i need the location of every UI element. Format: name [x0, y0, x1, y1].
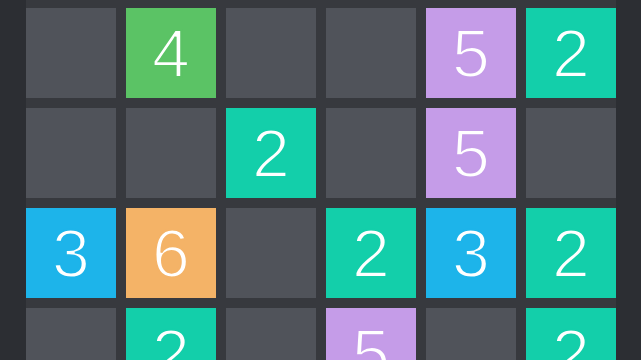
empty-cell	[426, 308, 516, 360]
tile-2[interactable]: 2	[526, 308, 616, 360]
tile-2[interactable]: 2	[226, 108, 316, 198]
tile-6[interactable]: 6	[126, 208, 216, 298]
tile-2[interactable]: 2	[326, 208, 416, 298]
tile-5[interactable]: 5	[426, 108, 516, 198]
tile-3[interactable]: 3	[426, 208, 516, 298]
tile-4[interactable]: 4	[126, 8, 216, 98]
empty-cell	[326, 8, 416, 98]
empty-cell	[26, 108, 116, 198]
empty-cell	[326, 108, 416, 198]
tile-3[interactable]: 3	[26, 208, 116, 298]
tile-5[interactable]: 5	[426, 8, 516, 98]
empty-cell	[26, 8, 116, 98]
game-screen: 4522536232252	[0, 0, 641, 360]
empty-cell	[126, 108, 216, 198]
tile-grid: 4522536232252	[26, 8, 616, 360]
tile-5[interactable]: 5	[326, 308, 416, 360]
empty-cell	[526, 108, 616, 198]
tile-2[interactable]: 2	[126, 308, 216, 360]
empty-cell	[226, 8, 316, 98]
tile-2[interactable]: 2	[526, 8, 616, 98]
puzzle-board: 4522536232252	[26, 0, 616, 360]
tile-2[interactable]: 2	[526, 208, 616, 298]
empty-cell	[26, 308, 116, 360]
empty-cell	[226, 208, 316, 298]
empty-cell	[226, 308, 316, 360]
